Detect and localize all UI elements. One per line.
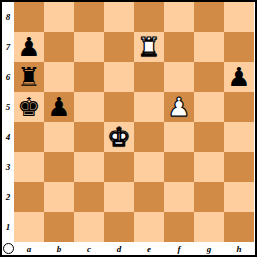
square-e2[interactable] <box>134 182 164 212</box>
rank-label-5: 5 <box>2 92 14 122</box>
square-c2[interactable] <box>74 182 104 212</box>
square-d7[interactable] <box>104 32 134 62</box>
square-b1[interactable] <box>44 212 74 242</box>
square-h8[interactable] <box>224 2 254 32</box>
square-b5[interactable]: ♟ <box>44 92 74 122</box>
square-c1[interactable] <box>74 212 104 242</box>
square-e1[interactable] <box>134 212 164 242</box>
square-a5[interactable]: ♚ <box>14 92 44 122</box>
square-a7[interactable]: ♟ <box>14 32 44 62</box>
square-d6[interactable] <box>104 62 134 92</box>
rank-labels: 87654321 <box>2 2 14 242</box>
square-g6[interactable] <box>194 62 224 92</box>
square-b7[interactable] <box>44 32 74 62</box>
piece-black-king[interactable]: ♚ <box>17 94 40 120</box>
square-d3[interactable] <box>104 152 134 182</box>
white-to-move-indicator <box>3 243 14 254</box>
diagram-margin: 87654321 ♟♜♜♟♚♟♟♚ abcdefgh <box>2 2 255 255</box>
square-d4[interactable]: ♚ <box>104 122 134 152</box>
piece-black-rook[interactable]: ♜ <box>17 64 40 90</box>
square-b2[interactable] <box>44 182 74 212</box>
file-label-f: f <box>164 242 194 255</box>
square-c6[interactable] <box>74 62 104 92</box>
piece-black-pawn[interactable]: ♟ <box>47 94 70 120</box>
piece-white-rook[interactable]: ♜ <box>137 34 160 60</box>
square-e6[interactable] <box>134 62 164 92</box>
square-b3[interactable] <box>44 152 74 182</box>
square-f2[interactable] <box>164 182 194 212</box>
square-g8[interactable] <box>194 2 224 32</box>
square-g1[interactable] <box>194 212 224 242</box>
square-e5[interactable] <box>134 92 164 122</box>
square-h1[interactable] <box>224 212 254 242</box>
file-label-g: g <box>194 242 224 255</box>
rank-label-1: 1 <box>2 212 14 242</box>
square-e8[interactable] <box>134 2 164 32</box>
square-b8[interactable] <box>44 2 74 32</box>
square-g7[interactable] <box>194 32 224 62</box>
file-label-e: e <box>134 242 164 255</box>
rank-label-4: 4 <box>2 122 14 152</box>
square-d8[interactable] <box>104 2 134 32</box>
square-c7[interactable] <box>74 32 104 62</box>
rank-label-2: 2 <box>2 182 14 212</box>
square-a3[interactable] <box>14 152 44 182</box>
square-g5[interactable] <box>194 92 224 122</box>
square-c5[interactable] <box>74 92 104 122</box>
file-labels: abcdefgh <box>14 242 254 255</box>
square-f7[interactable] <box>164 32 194 62</box>
square-d5[interactable] <box>104 92 134 122</box>
square-a8[interactable] <box>14 2 44 32</box>
square-f8[interactable] <box>164 2 194 32</box>
square-e7[interactable]: ♜ <box>134 32 164 62</box>
file-label-h: h <box>224 242 254 255</box>
square-h7[interactable] <box>224 32 254 62</box>
file-label-b: b <box>44 242 74 255</box>
file-label-c: c <box>74 242 104 255</box>
square-c4[interactable] <box>74 122 104 152</box>
square-h4[interactable] <box>224 122 254 152</box>
square-b4[interactable] <box>44 122 74 152</box>
square-c3[interactable] <box>74 152 104 182</box>
square-f4[interactable] <box>164 122 194 152</box>
file-label-d: d <box>104 242 134 255</box>
file-label-a: a <box>14 242 44 255</box>
piece-black-pawn[interactable]: ♟ <box>227 64 250 90</box>
square-g4[interactable] <box>194 122 224 152</box>
square-f5[interactable]: ♟ <box>164 92 194 122</box>
rank-label-8: 8 <box>2 2 14 32</box>
rank-label-6: 6 <box>2 62 14 92</box>
square-e4[interactable] <box>134 122 164 152</box>
square-a2[interactable] <box>14 182 44 212</box>
square-d1[interactable] <box>104 212 134 242</box>
square-g3[interactable] <box>194 152 224 182</box>
square-f3[interactable] <box>164 152 194 182</box>
square-c8[interactable] <box>74 2 104 32</box>
square-a4[interactable] <box>14 122 44 152</box>
square-h5[interactable] <box>224 92 254 122</box>
square-e3[interactable] <box>134 152 164 182</box>
rank-label-3: 3 <box>2 152 14 182</box>
chess-board: ♟♜♜♟♚♟♟♚ <box>14 2 254 242</box>
square-d2[interactable] <box>104 182 134 212</box>
square-b6[interactable] <box>44 62 74 92</box>
square-a6[interactable]: ♜ <box>14 62 44 92</box>
square-f6[interactable] <box>164 62 194 92</box>
piece-black-pawn[interactable]: ♟ <box>17 34 40 60</box>
square-h6[interactable]: ♟ <box>224 62 254 92</box>
square-h3[interactable] <box>224 152 254 182</box>
piece-white-pawn[interactable]: ♟ <box>167 94 190 120</box>
rank-label-7: 7 <box>2 32 14 62</box>
square-h2[interactable] <box>224 182 254 212</box>
square-g2[interactable] <box>194 182 224 212</box>
chess-diagram: 87654321 ♟♜♜♟♚♟♟♚ abcdefgh <box>0 0 257 257</box>
square-f1[interactable] <box>164 212 194 242</box>
square-a1[interactable] <box>14 212 44 242</box>
piece-white-king[interactable]: ♚ <box>107 124 130 150</box>
